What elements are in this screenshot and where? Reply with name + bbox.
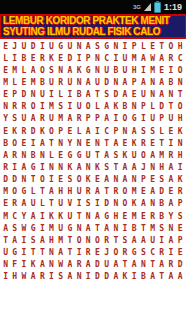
- grid-cell[interactable]: B: [139, 271, 148, 283]
- grid-cell[interactable]: M: [130, 52, 139, 64]
- grid-cell[interactable]: H: [47, 234, 56, 246]
- grid-cell[interactable]: A: [75, 161, 84, 173]
- grid-cell[interactable]: L: [19, 64, 28, 76]
- grid-cell[interactable]: K: [111, 101, 120, 113]
- grid-cell[interactable]: I: [93, 125, 102, 137]
- grid-cell[interactable]: U: [56, 222, 65, 234]
- grid-cell[interactable]: E: [56, 174, 65, 186]
- grid-cell[interactable]: N: [1, 259, 10, 271]
- grid-cell[interactable]: A: [157, 52, 166, 64]
- grid-cell[interactable]: A: [148, 186, 157, 198]
- grid-cell[interactable]: K: [29, 259, 38, 271]
- grid-cell[interactable]: I: [111, 52, 120, 64]
- grid-cell[interactable]: D: [10, 174, 19, 186]
- grid-cell[interactable]: C: [10, 210, 19, 222]
- grid-cell[interactable]: I: [65, 89, 74, 101]
- grid-cell[interactable]: O: [176, 101, 185, 113]
- grid-cell[interactable]: N: [166, 222, 175, 234]
- grid-cell[interactable]: A: [102, 174, 111, 186]
- grid-cell[interactable]: N: [56, 161, 65, 173]
- grid-cell[interactable]: E: [19, 137, 28, 149]
- grid-cell[interactable]: R: [38, 113, 47, 125]
- grid-cell[interactable]: N: [75, 222, 84, 234]
- grid-cell[interactable]: R: [166, 149, 175, 161]
- grid-cell[interactable]: I: [176, 161, 185, 173]
- grid-cell[interactable]: N: [47, 246, 56, 258]
- grid-cell[interactable]: E: [1, 125, 10, 137]
- grid-cell[interactable]: T: [102, 137, 111, 149]
- grid-cell[interactable]: E: [148, 137, 157, 149]
- grid-cell[interactable]: S: [56, 101, 65, 113]
- grid-cell[interactable]: O: [93, 234, 102, 246]
- grid-cell[interactable]: I: [38, 222, 47, 234]
- grid-cell[interactable]: A: [166, 161, 175, 173]
- grid-cell[interactable]: O: [38, 64, 47, 76]
- grid-cell[interactable]: I: [47, 89, 56, 101]
- grid-cell[interactable]: L: [148, 101, 157, 113]
- grid-cell[interactable]: H: [111, 210, 120, 222]
- grid-cell[interactable]: T: [93, 222, 102, 234]
- grid-cell[interactable]: L: [10, 76, 19, 88]
- grid-cell[interactable]: S: [111, 149, 120, 161]
- grid-cell[interactable]: P: [176, 234, 185, 246]
- grid-cell[interactable]: Y: [1, 113, 10, 125]
- grid-cell[interactable]: B: [157, 198, 166, 210]
- word-grid[interactable]: EJUDIUGUNASGNIPLETOHLIBERKEDIPNCIUMAWARC…: [1, 40, 186, 283]
- grid-cell[interactable]: A: [130, 259, 139, 271]
- grid-cell[interactable]: E: [1, 198, 10, 210]
- grid-cell[interactable]: S: [102, 89, 111, 101]
- grid-cell[interactable]: A: [157, 76, 166, 88]
- grid-cell[interactable]: N: [29, 89, 38, 101]
- grid-cell[interactable]: R: [75, 259, 84, 271]
- grid-cell[interactable]: O: [120, 198, 129, 210]
- grid-cell[interactable]: U: [139, 89, 148, 101]
- grid-cell[interactable]: R: [10, 149, 19, 161]
- grid-cell[interactable]: A: [38, 137, 47, 149]
- grid-cell[interactable]: T: [38, 186, 47, 198]
- grid-cell[interactable]: A: [10, 234, 19, 246]
- grid-cell[interactable]: E: [1, 64, 10, 76]
- grid-cell[interactable]: I: [19, 246, 28, 258]
- grid-cell[interactable]: A: [111, 259, 120, 271]
- grid-cell[interactable]: H: [176, 40, 185, 52]
- grid-cell[interactable]: A: [102, 222, 111, 234]
- grid-cell[interactable]: D: [176, 259, 185, 271]
- grid-cell[interactable]: E: [139, 186, 148, 198]
- grid-cell[interactable]: K: [120, 271, 129, 283]
- grid-cell[interactable]: G: [29, 161, 38, 173]
- grid-cell[interactable]: I: [38, 210, 47, 222]
- grid-cell[interactable]: T: [139, 222, 148, 234]
- grid-cell[interactable]: N: [166, 89, 175, 101]
- grid-cell[interactable]: N: [148, 76, 157, 88]
- grid-cell[interactable]: M: [29, 76, 38, 88]
- grid-cell[interactable]: A: [29, 64, 38, 76]
- grid-cell[interactable]: M: [10, 64, 19, 76]
- grid-cell[interactable]: S: [56, 271, 65, 283]
- grid-cell[interactable]: I: [1, 271, 10, 283]
- grid-cell[interactable]: R: [19, 101, 28, 113]
- grid-cell[interactable]: S: [10, 113, 19, 125]
- grid-cell[interactable]: A: [84, 259, 93, 271]
- grid-cell[interactable]: A: [38, 259, 47, 271]
- grid-cell[interactable]: Y: [65, 137, 74, 149]
- grid-cell[interactable]: K: [176, 174, 185, 186]
- grid-cell[interactable]: P: [157, 113, 166, 125]
- grid-cell[interactable]: S: [47, 64, 56, 76]
- grid-cell[interactable]: I: [84, 271, 93, 283]
- grid-cell[interactable]: G: [56, 40, 65, 52]
- grid-cell[interactable]: D: [157, 186, 166, 198]
- grid-cell[interactable]: P: [56, 125, 65, 137]
- grid-cell[interactable]: T: [157, 137, 166, 149]
- grid-cell[interactable]: O: [111, 246, 120, 258]
- grid-cell[interactable]: S: [84, 198, 93, 210]
- grid-cell[interactable]: U: [65, 210, 74, 222]
- grid-cell[interactable]: A: [29, 210, 38, 222]
- grid-cell[interactable]: W: [19, 271, 28, 283]
- grid-cell[interactable]: N: [1, 101, 10, 113]
- grid-cell[interactable]: S: [157, 222, 166, 234]
- grid-cell[interactable]: N: [130, 101, 139, 113]
- grid-cell[interactable]: I: [10, 52, 19, 64]
- grid-cell[interactable]: B: [111, 64, 120, 76]
- grid-cell[interactable]: M: [130, 210, 139, 222]
- grid-cell[interactable]: B: [157, 210, 166, 222]
- grid-cell[interactable]: A: [65, 271, 74, 283]
- grid-cell[interactable]: N: [111, 222, 120, 234]
- grid-cell[interactable]: I: [38, 161, 47, 173]
- grid-cell[interactable]: N: [111, 198, 120, 210]
- grid-cell[interactable]: I: [120, 222, 129, 234]
- grid-cell[interactable]: N: [148, 89, 157, 101]
- grid-cell[interactable]: D: [102, 271, 111, 283]
- grid-cell[interactable]: K: [130, 137, 139, 149]
- grid-cell[interactable]: D: [102, 76, 111, 88]
- grid-cell[interactable]: A: [166, 198, 175, 210]
- grid-cell[interactable]: M: [56, 113, 65, 125]
- grid-cell[interactable]: K: [10, 125, 19, 137]
- grid-cell[interactable]: R: [111, 186, 120, 198]
- grid-cell[interactable]: R: [10, 198, 19, 210]
- grid-cell[interactable]: I: [139, 64, 148, 76]
- grid-cell[interactable]: U: [130, 149, 139, 161]
- grid-cell[interactable]: T: [93, 89, 102, 101]
- grid-cell[interactable]: A: [120, 161, 129, 173]
- grid-cell[interactable]: M: [56, 234, 65, 246]
- grid-cell[interactable]: A: [29, 113, 38, 125]
- grid-cell[interactable]: E: [1, 89, 10, 101]
- grid-cell[interactable]: N: [47, 161, 56, 173]
- grid-cell[interactable]: A: [120, 89, 129, 101]
- grid-cell[interactable]: T: [166, 101, 175, 113]
- grid-cell[interactable]: D: [93, 259, 102, 271]
- grid-cell[interactable]: M: [47, 222, 56, 234]
- grid-cell[interactable]: I: [29, 137, 38, 149]
- grid-cell[interactable]: I: [166, 137, 175, 149]
- grid-cell[interactable]: E: [176, 246, 185, 258]
- grid-cell[interactable]: O: [84, 101, 93, 113]
- grid-cell[interactable]: G: [10, 246, 19, 258]
- grid-cell[interactable]: N: [19, 174, 28, 186]
- grid-cell[interactable]: A: [19, 198, 28, 210]
- grid-cell[interactable]: P: [84, 113, 93, 125]
- grid-cell[interactable]: A: [102, 149, 111, 161]
- grid-cell[interactable]: E: [56, 52, 65, 64]
- grid-cell[interactable]: A: [148, 149, 157, 161]
- grid-cell[interactable]: I: [75, 52, 84, 64]
- grid-cell[interactable]: B: [120, 101, 129, 113]
- grid-cell[interactable]: G: [102, 210, 111, 222]
- grid-cell[interactable]: N: [75, 40, 84, 52]
- grid-cell[interactable]: I: [47, 174, 56, 186]
- grid-cell[interactable]: N: [148, 161, 157, 173]
- grid-cell[interactable]: O: [29, 101, 38, 113]
- grid-cell[interactable]: I: [166, 246, 175, 258]
- grid-cell[interactable]: A: [157, 89, 166, 101]
- grid-cell[interactable]: V: [65, 198, 74, 210]
- grid-cell[interactable]: N: [19, 149, 28, 161]
- grid-cell[interactable]: D: [102, 198, 111, 210]
- grid-cell[interactable]: N: [84, 161, 93, 173]
- grid-cell[interactable]: A: [84, 40, 93, 52]
- grid-cell[interactable]: T: [102, 186, 111, 198]
- grid-cell[interactable]: O: [47, 125, 56, 137]
- grid-cell[interactable]: K: [38, 125, 47, 137]
- grid-cell[interactable]: L: [1, 52, 10, 64]
- grid-cell[interactable]: O: [139, 149, 148, 161]
- grid-cell[interactable]: A: [1, 222, 10, 234]
- grid-cell[interactable]: K: [130, 198, 139, 210]
- grid-cell[interactable]: N: [176, 76, 185, 88]
- grid-cell[interactable]: Y: [166, 210, 175, 222]
- grid-cell[interactable]: O: [75, 174, 84, 186]
- grid-cell[interactable]: O: [10, 137, 19, 149]
- grid-cell[interactable]: A: [65, 64, 74, 76]
- grid-cell[interactable]: H: [176, 113, 185, 125]
- grid-cell[interactable]: A: [29, 271, 38, 283]
- grid-cell[interactable]: L: [29, 186, 38, 198]
- grid-cell[interactable]: U: [1, 246, 10, 258]
- grid-cell[interactable]: O: [176, 64, 185, 76]
- grid-cell[interactable]: O: [38, 174, 47, 186]
- grid-cell[interactable]: G: [102, 40, 111, 52]
- grid-cell[interactable]: R: [38, 52, 47, 64]
- grid-cell[interactable]: E: [93, 246, 102, 258]
- grid-cell[interactable]: U: [148, 113, 157, 125]
- grid-cell[interactable]: G: [75, 149, 84, 161]
- grid-cell[interactable]: N: [84, 210, 93, 222]
- grid-cell[interactable]: N: [38, 149, 47, 161]
- grid-cell[interactable]: S: [65, 174, 74, 186]
- grid-cell[interactable]: R: [84, 186, 93, 198]
- grid-cell[interactable]: P: [93, 113, 102, 125]
- grid-cell[interactable]: S: [120, 234, 129, 246]
- grid-cell[interactable]: U: [47, 40, 56, 52]
- grid-cell[interactable]: I: [75, 198, 84, 210]
- grid-cell[interactable]: I: [130, 271, 139, 283]
- grid-cell[interactable]: D: [157, 101, 166, 113]
- grid-cell[interactable]: P: [176, 198, 185, 210]
- grid-cell[interactable]: C: [102, 125, 111, 137]
- grid-cell[interactable]: R: [166, 52, 175, 64]
- grid-cell[interactable]: U: [19, 113, 28, 125]
- grid-cell[interactable]: L: [56, 89, 65, 101]
- grid-cell[interactable]: E: [166, 186, 175, 198]
- grid-cell[interactable]: R: [56, 76, 65, 88]
- grid-cell[interactable]: A: [139, 234, 148, 246]
- grid-cell[interactable]: S: [157, 174, 166, 186]
- grid-cell[interactable]: T: [47, 198, 56, 210]
- grid-cell[interactable]: U: [47, 113, 56, 125]
- grid-cell[interactable]: K: [65, 161, 74, 173]
- grid-cell[interactable]: N: [93, 64, 102, 76]
- grid-cell[interactable]: N: [56, 64, 65, 76]
- grid-cell[interactable]: O: [10, 186, 19, 198]
- grid-cell[interactable]: E: [120, 210, 129, 222]
- grid-cell[interactable]: M: [148, 64, 157, 76]
- grid-cell[interactable]: K: [93, 161, 102, 173]
- grid-cell[interactable]: K: [47, 52, 56, 64]
- grid-cell[interactable]: T: [148, 259, 157, 271]
- grid-cell[interactable]: F: [10, 259, 19, 271]
- grid-cell[interactable]: D: [29, 40, 38, 52]
- grid-cell[interactable]: E: [120, 137, 129, 149]
- grid-cell[interactable]: T: [47, 137, 56, 149]
- grid-cell[interactable]: U: [47, 76, 56, 88]
- grid-cell[interactable]: H: [56, 186, 65, 198]
- grid-cell[interactable]: G: [84, 64, 93, 76]
- grid-cell[interactable]: J: [102, 246, 111, 258]
- grid-cell[interactable]: U: [93, 76, 102, 88]
- grid-cell[interactable]: N: [75, 76, 84, 88]
- grid-cell[interactable]: I: [10, 161, 19, 173]
- grid-cell[interactable]: R: [148, 210, 157, 222]
- grid-cell[interactable]: U: [120, 64, 129, 76]
- grid-cell[interactable]: G: [65, 149, 74, 161]
- grid-cell[interactable]: W: [148, 52, 157, 64]
- grid-cell[interactable]: A: [120, 174, 129, 186]
- grid-cell[interactable]: U: [102, 259, 111, 271]
- grid-cell[interactable]: A: [102, 113, 111, 125]
- grid-cell[interactable]: A: [38, 234, 47, 246]
- grid-cell[interactable]: H: [176, 149, 185, 161]
- grid-cell[interactable]: R: [176, 186, 185, 198]
- grid-cell[interactable]: U: [75, 186, 84, 198]
- grid-cell[interactable]: I: [111, 113, 120, 125]
- grid-cell[interactable]: T: [65, 246, 74, 258]
- grid-cell[interactable]: E: [130, 89, 139, 101]
- grid-cell[interactable]: P: [139, 101, 148, 113]
- grid-cell[interactable]: D: [29, 125, 38, 137]
- grid-cell[interactable]: M: [148, 222, 157, 234]
- grid-cell[interactable]: I: [75, 246, 84, 258]
- grid-cell[interactable]: S: [139, 246, 148, 258]
- grid-cell[interactable]: A: [166, 234, 175, 246]
- grid-cell[interactable]: B: [130, 222, 139, 234]
- grid-cell[interactable]: G: [19, 186, 28, 198]
- grid-cell[interactable]: S: [148, 125, 157, 137]
- grid-cell[interactable]: I: [166, 64, 175, 76]
- grid-cell[interactable]: L: [139, 40, 148, 52]
- grid-cell[interactable]: A: [139, 52, 148, 64]
- grid-cell[interactable]: N: [56, 137, 65, 149]
- grid-cell[interactable]: T: [93, 149, 102, 161]
- grid-cell[interactable]: T: [1, 234, 10, 246]
- grid-cell[interactable]: U: [56, 198, 65, 210]
- grid-cell[interactable]: N: [130, 174, 139, 186]
- grid-cell[interactable]: S: [93, 40, 102, 52]
- grid-cell[interactable]: M: [130, 186, 139, 198]
- grid-cell[interactable]: U: [102, 64, 111, 76]
- grid-cell[interactable]: S: [29, 234, 38, 246]
- grid-cell[interactable]: R: [84, 246, 93, 258]
- grid-cell[interactable]: A: [19, 161, 28, 173]
- grid-cell[interactable]: S: [176, 210, 185, 222]
- grid-cell[interactable]: U: [65, 76, 74, 88]
- grid-cell[interactable]: G: [130, 113, 139, 125]
- grid-cell[interactable]: R: [120, 246, 129, 258]
- grid-cell[interactable]: A: [111, 137, 120, 149]
- grid-cell[interactable]: S: [139, 125, 148, 137]
- grid-cell[interactable]: N: [75, 271, 84, 283]
- grid-cell[interactable]: M: [47, 101, 56, 113]
- grid-cell[interactable]: L: [47, 149, 56, 161]
- grid-cell[interactable]: N: [148, 198, 157, 210]
- grid-cell[interactable]: A: [65, 259, 74, 271]
- grid-cell[interactable]: G: [29, 222, 38, 234]
- grid-cell[interactable]: I: [19, 234, 28, 246]
- grid-cell[interactable]: U: [19, 40, 28, 52]
- grid-cell[interactable]: G: [130, 246, 139, 258]
- grid-cell[interactable]: R: [139, 137, 148, 149]
- grid-cell[interactable]: M: [1, 186, 10, 198]
- grid-cell[interactable]: A: [84, 222, 93, 234]
- grid-cell[interactable]: T: [38, 246, 47, 258]
- grid-cell[interactable]: U: [75, 101, 84, 113]
- grid-cell[interactable]: E: [148, 40, 157, 52]
- grid-cell[interactable]: R: [157, 246, 166, 258]
- grid-cell[interactable]: T: [176, 89, 185, 101]
- grid-cell[interactable]: U: [148, 234, 157, 246]
- grid-cell[interactable]: C: [102, 52, 111, 64]
- grid-cell[interactable]: A: [130, 161, 139, 173]
- grid-cell[interactable]: B: [1, 137, 10, 149]
- grid-cell[interactable]: R: [19, 125, 28, 137]
- grid-cell[interactable]: P: [111, 125, 120, 137]
- grid-cell[interactable]: N: [176, 137, 185, 149]
- grid-cell[interactable]: T: [157, 271, 166, 283]
- grid-cell[interactable]: A: [47, 186, 56, 198]
- grid-cell[interactable]: S: [10, 222, 19, 234]
- grid-cell[interactable]: U: [29, 198, 38, 210]
- grid-cell[interactable]: N: [47, 259, 56, 271]
- grid-cell[interactable]: A: [84, 89, 93, 101]
- grid-cell[interactable]: E: [176, 222, 185, 234]
- grid-cell[interactable]: E: [65, 125, 74, 137]
- grid-cell[interactable]: M: [157, 149, 166, 161]
- grid-cell[interactable]: A: [84, 76, 93, 88]
- grid-cell[interactable]: A: [139, 198, 148, 210]
- grid-cell[interactable]: T: [29, 174, 38, 186]
- grid-cell[interactable]: J: [10, 40, 19, 52]
- grid-cell[interactable]: N: [93, 52, 102, 64]
- grid-cell[interactable]: D: [93, 271, 102, 283]
- grid-cell[interactable]: B: [75, 89, 84, 101]
- grid-cell[interactable]: E: [93, 174, 102, 186]
- grid-cell[interactable]: I: [38, 40, 47, 52]
